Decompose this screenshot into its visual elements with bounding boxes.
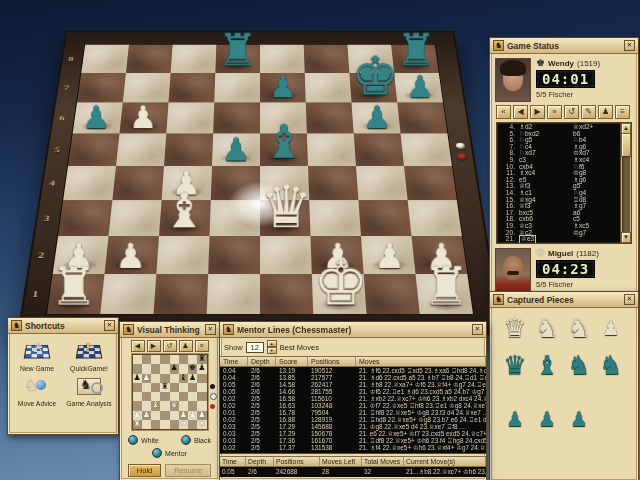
- square-g3[interactable]: [358, 200, 411, 236]
- mentor-footer-value: 21...♗b8 22.♕xc7+ ♔h6 23...: [404, 467, 486, 477]
- move-row[interactable]: 20.♕c2♔g7: [499, 230, 620, 237]
- mini-square: [197, 383, 206, 392]
- hold-button[interactable]: Hold: [128, 464, 161, 477]
- mini-square: [151, 364, 160, 373]
- mini-square: [170, 420, 179, 429]
- visual-thinking-panel: ♞ Visual Thinking ✕ ◀▶↺♟≡ ♜♟♚♟♟♟♝♟♜♝♛♟♟♟…: [119, 321, 220, 480]
- mini-square: ♝: [151, 401, 160, 410]
- scroll-thumb[interactable]: [621, 133, 631, 157]
- move-list-scrollbar[interactable]: ▲ ▼: [620, 123, 631, 243]
- mentor-line-row[interactable]: 0.042/613.8521757721. ♗d6 22.cxd5 a5 23.…: [220, 375, 486, 382]
- white-bishop-c3[interactable]: ♝: [159, 200, 211, 236]
- move-list[interactable]: 4.♗d2♕xd2+5.♘bxd2b66.♘g5♘b47.♘c4♗g68.♘xd…: [496, 122, 632, 244]
- shortcuts-panel: ♞ Shortcuts ✕ ♙ New Game ! QuickGame! ♘ …: [7, 317, 119, 435]
- square-b8[interactable]: [126, 45, 173, 73]
- square-g5[interactable]: [354, 133, 404, 166]
- mini-square: [142, 383, 151, 392]
- move-row[interactable]: 15.♕xg4♖d8: [499, 197, 620, 204]
- mentor-footer-col: Time: [220, 457, 246, 466]
- square-a6[interactable]: [73, 102, 123, 133]
- captured-black-knight: ♞: [598, 350, 624, 380]
- shortcut-move-advice[interactable]: ♘ Move Advice: [12, 374, 62, 407]
- gs-toolbar-button-1[interactable]: ◀: [513, 105, 528, 119]
- square-e7[interactable]: [260, 73, 306, 103]
- square-g1[interactable]: [364, 274, 420, 314]
- radio-black[interactable]: Black: [181, 435, 211, 445]
- close-icon[interactable]: ✕: [624, 294, 635, 305]
- mini-square: [151, 355, 160, 364]
- mentor-footer-header: TimeDepthPositionsMoves LeftTotal MovesC…: [220, 456, 486, 467]
- mini-square: ♚: [179, 420, 188, 429]
- shortcut-game-analysis[interactable]: ♞ Game Analysis: [64, 374, 114, 407]
- new-game-icon: ♙: [22, 339, 52, 363]
- visual-thinking-title: Visual Thinking: [137, 325, 202, 335]
- square-c6[interactable]: [166, 102, 214, 133]
- mini-square: [179, 392, 188, 401]
- mentor-footer-value: 32: [362, 467, 404, 477]
- game-analysis-icon: ♞: [74, 374, 104, 398]
- radio-mentor-dot[interactable]: [152, 448, 162, 458]
- shortcuts-titlebar[interactable]: ♞ Shortcuts ✕: [8, 318, 118, 334]
- mentor-col-moves[interactable]: Moves: [356, 357, 486, 366]
- captured-row: ♛♞♞♟: [490, 308, 638, 345]
- visual-thinking-toolbar: ◀▶↺♟≡: [120, 338, 219, 354]
- panel-knight-icon: ♞: [11, 320, 22, 331]
- mentor-line-row[interactable]: 0.032/517.2914568821. ♔g8 22.♕xe5 d4 23.…: [220, 424, 486, 431]
- square-d2[interactable]: [208, 236, 260, 274]
- mini-square: [160, 392, 169, 401]
- spin-down-icon: ▼: [267, 347, 277, 354]
- square-e1[interactable]: [260, 274, 313, 314]
- white-king-f1[interactable]: ♚: [312, 274, 367, 314]
- gs-toolbar-button-2[interactable]: ▶: [530, 105, 545, 119]
- mini-square: [188, 392, 197, 401]
- mini-square: [160, 355, 169, 364]
- turn-indicator-dot[interactable]: [456, 143, 466, 149]
- vt-toolbar-button-4[interactable]: ≡: [195, 340, 209, 352]
- mini-square: ♟: [142, 411, 151, 420]
- square-e6[interactable]: [260, 102, 307, 133]
- mentor-footer-row: 0.052/6242688283221...♗b8 22.♕xc7+ ♔h6 2…: [220, 467, 486, 477]
- mentor-col-time[interactable]: Time: [220, 357, 248, 366]
- show-count-spinner[interactable]: ▲ ▼: [267, 340, 277, 354]
- mini-square: [160, 364, 169, 373]
- mini-square: [160, 420, 169, 429]
- mini-square: ♟: [142, 374, 151, 383]
- player-black-time-control: 5/5 Fischer: [536, 90, 633, 99]
- mentor-titlebar[interactable]: ♞ Mentor Lines (Chessmaster) ✕: [220, 322, 486, 338]
- mentor-footer-col: Depth: [246, 457, 274, 466]
- square-d8[interactable]: [215, 45, 260, 73]
- square-h7[interactable]: [394, 73, 443, 103]
- shortcut-new-game[interactable]: ♙ New Game: [12, 339, 62, 372]
- mini-square: [188, 420, 197, 429]
- rank-label-4: 4: [49, 179, 56, 188]
- square-c8[interactable]: [171, 45, 217, 73]
- mini-square: [170, 374, 179, 383]
- gs-toolbar-button-7[interactable]: ≡: [615, 105, 630, 119]
- square-b3[interactable]: [109, 200, 162, 236]
- rank-label-5: 5: [54, 145, 61, 153]
- game-status-title: Game Status: [507, 41, 621, 51]
- move-row[interactable]: 11.♗xc4♔g8: [499, 170, 620, 177]
- square-b1[interactable]: [100, 274, 156, 314]
- rank-label-7: 7: [64, 84, 70, 91]
- close-icon[interactable]: ✕: [104, 320, 115, 331]
- player-white-time-control: 5/5 Fischer: [536, 280, 633, 289]
- square-c2[interactable]: [156, 236, 209, 274]
- square-a4[interactable]: [63, 166, 116, 200]
- vt-toolbar-button-3[interactable]: ♟: [179, 340, 193, 352]
- rank-label-2: 2: [38, 250, 45, 259]
- captured-title: Captured Pieces: [507, 295, 621, 305]
- player-black-name: Wendy: [548, 59, 574, 68]
- mini-square: [197, 392, 206, 401]
- white-king-icon: ♔: [536, 248, 545, 258]
- move-row[interactable]: 16.♕f3♗g7: [499, 203, 620, 210]
- mini-square: [151, 374, 160, 383]
- square-d6[interactable]: [213, 102, 260, 133]
- white-queen-e3[interactable]: ♛: [260, 200, 310, 236]
- radio-white-dot[interactable]: [128, 435, 138, 445]
- square-f4[interactable]: [308, 166, 358, 200]
- close-icon[interactable]: ✕: [624, 40, 635, 51]
- square-d1[interactable]: [207, 274, 260, 314]
- player-white-avatar: [495, 248, 531, 292]
- mini-square: [133, 392, 142, 401]
- spin-up-icon: ▲: [267, 340, 277, 347]
- player-black-rating: (1519): [577, 59, 600, 68]
- mini-square: ♜: [197, 420, 206, 429]
- square-f5[interactable]: [307, 133, 356, 166]
- square-c5[interactable]: [164, 133, 213, 166]
- quickgame-icon: !: [74, 339, 104, 363]
- captured-black-pawn: ♟: [534, 404, 560, 434]
- mentor-table-header[interactable]: TimeDepthScorePositionsMoves: [220, 356, 486, 367]
- mini-square: [151, 411, 160, 420]
- white-pawn-b2[interactable]: ♟: [104, 236, 159, 274]
- captured-titlebar[interactable]: ♞ Captured Pieces ✕: [490, 292, 638, 308]
- mini-square: [151, 420, 160, 429]
- rank-label-6: 6: [59, 114, 65, 122]
- show-count-field[interactable]: 12: [246, 342, 264, 353]
- captured-black-bishop: ♝: [534, 350, 560, 380]
- shortcuts-title: Shortcuts: [25, 321, 101, 331]
- move-row[interactable]: 8.♘xd7♔xd7: [499, 150, 620, 157]
- square-h3[interactable]: [408, 200, 462, 236]
- mentor-footer-col: Total Moves: [362, 457, 404, 466]
- mentor-line-row[interactable]: 0.032/517.2915067821. e6 22.♕xe5+ ♔f7 23…: [220, 431, 486, 438]
- mentor-footer-col: Positions: [274, 457, 320, 466]
- mentor-line-row[interactable]: 0.052/614.5826241721. ♗b8 22.♕xa7+ ♔f6 2…: [220, 382, 486, 389]
- captured-white-knight: ♞: [566, 313, 592, 343]
- gs-toolbar-button-5[interactable]: ✎: [581, 105, 596, 119]
- mentor-title: Mentor Lines (Chessmaster): [237, 325, 469, 335]
- captured-black-knight: ♞: [566, 350, 592, 380]
- captured-white-knight: ♞: [534, 313, 560, 343]
- mini-square: ♟: [188, 411, 197, 420]
- show-label: Show: [224, 343, 243, 352]
- best-moves-label: Best Moves: [280, 343, 319, 352]
- white-rook-h1[interactable]: ♜: [416, 274, 474, 314]
- square-f3[interactable]: [309, 200, 361, 236]
- captured-white-pawn: ♟: [598, 313, 624, 343]
- mentor-col-score[interactable]: Score: [276, 357, 308, 366]
- square-e2[interactable]: [260, 236, 312, 274]
- square-d7[interactable]: [214, 73, 260, 103]
- square-c7[interactable]: [169, 73, 216, 103]
- mentor-col-positions[interactable]: Positions: [308, 357, 356, 366]
- captured-tray: ♛♞♞♟♛♝♞♞♟♟♟: [490, 308, 638, 436]
- mentor-line-row[interactable]: 0.022/517.3713153821. ♗f4 22.♕xe5+ ♔h6 2…: [220, 445, 486, 452]
- game-status-toolbar: «◀▶»↺✎♟≡: [490, 104, 638, 122]
- mentor-footer-value: 242688: [274, 467, 320, 477]
- move-row[interactable]: 18.cxb6c5: [499, 216, 620, 223]
- square-b6[interactable]: [119, 102, 168, 133]
- square-b7[interactable]: [123, 73, 171, 103]
- vt-toolbar-button-1[interactable]: ▶: [147, 340, 161, 352]
- mini-square: [197, 374, 206, 383]
- rank-label-3: 3: [43, 213, 50, 222]
- mentor-footer-value: 28: [320, 467, 362, 477]
- white-rook-a1[interactable]: ♜: [47, 274, 105, 314]
- mentor-col-depth[interactable]: Depth: [248, 357, 276, 366]
- mentor-line-row[interactable]: 0.012/516.787950421. ♖hf8 22.♕xe5+ ♔g8 2…: [220, 410, 486, 417]
- mini-square: [151, 383, 160, 392]
- square-g4[interactable]: [356, 166, 408, 200]
- move-row[interactable]: 5.♘bxd2b6: [499, 131, 620, 138]
- square-f6[interactable]: [306, 102, 354, 133]
- white-pawn-g2[interactable]: ♟: [361, 236, 416, 274]
- square-d5[interactable]: [212, 133, 260, 166]
- mini-square: ♟: [197, 364, 206, 373]
- move-row[interactable]: 19.♕c3♗xc5: [499, 223, 620, 230]
- panel-knight-icon: ♞: [493, 40, 504, 51]
- player-white-name: Miguel: [548, 249, 573, 258]
- gs-toolbar-button-3[interactable]: »: [547, 105, 562, 119]
- radio-black-dot[interactable]: [181, 435, 191, 445]
- square-h8[interactable]: [391, 45, 439, 73]
- square-g6[interactable]: [351, 102, 400, 133]
- mentor-line-row[interactable]: 0.052/614.6628175521. ♔f6 22.♖e1 ♗d6 23.…: [220, 389, 486, 396]
- mentor-line-row[interactable]: 0.022/516.5811561021. ♗xb2 22.♕xc7+ ♔h6 …: [220, 396, 486, 403]
- thinking-mini-board: ♜♟♚♟♟♟♝♟♜♝♛♟♟♟♟♟♜♚♜: [132, 354, 208, 430]
- mini-square: ♛: [170, 401, 179, 410]
- square-a3[interactable]: [58, 200, 112, 236]
- mini-square: [170, 411, 179, 420]
- player-white-block: ♔ Miguel (1182) 04:23 5/5 Fischer: [490, 244, 638, 294]
- mini-square: ♟: [170, 364, 179, 373]
- square-b4[interactable]: [112, 166, 164, 200]
- mini-square: [142, 420, 151, 429]
- gs-toolbar-button-4[interactable]: ↺: [564, 105, 579, 119]
- move-row[interactable]: 21.♕e3: [499, 236, 620, 244]
- captured-black-pawn: ♟: [502, 404, 528, 434]
- square-h6[interactable]: [397, 102, 447, 133]
- mini-square: [188, 383, 197, 392]
- turn-indicator-dot[interactable]: [457, 154, 467, 160]
- mini-square: [179, 355, 188, 364]
- square-g7[interactable]: [349, 73, 397, 103]
- mini-square: ♟: [188, 374, 197, 383]
- panel-knight-icon: ♞: [123, 324, 134, 335]
- mentor-line-row[interactable]: 0.042/613.1919051221. ♗f6 22.cxd5 ♖xd5 2…: [220, 368, 486, 375]
- square-e5[interactable]: [260, 133, 308, 166]
- vt-toolbar-button-2[interactable]: ↺: [163, 340, 177, 352]
- captured-black-queen: ♛: [502, 350, 528, 380]
- rank-label-1: 1: [32, 289, 40, 299]
- square-a7[interactable]: [77, 73, 126, 103]
- gs-toolbar-button-0[interactable]: «: [496, 105, 511, 119]
- mentor-line-row[interactable]: 0.032/517.3616167021. ♖df8 22.♕xe5+ ♔h6 …: [220, 438, 486, 445]
- square-g8[interactable]: [347, 45, 394, 73]
- resume-button: Resume: [165, 464, 211, 477]
- square-a5[interactable]: [68, 133, 119, 166]
- mini-square: ♟: [133, 374, 142, 383]
- mini-square: [142, 392, 151, 401]
- move-row[interactable]: 4.♗d2♕xd2+: [499, 124, 620, 131]
- black-king-icon: ♚: [536, 58, 545, 68]
- mini-square: [142, 355, 151, 364]
- square-h4[interactable]: [404, 166, 457, 200]
- player-white-clock: 04:23: [536, 260, 595, 278]
- scroll-down-icon[interactable]: ▼: [621, 232, 631, 243]
- mentor-lines-panel: ♞ Mentor Lines (Chessmaster) ✕ Show 12 ▲…: [219, 321, 487, 480]
- radio-white[interactable]: White: [128, 435, 159, 445]
- shortcut-quickgame[interactable]: ! QuickGame!: [64, 339, 114, 372]
- player-black-clock: 04:01: [536, 70, 595, 88]
- captured-black-pawn: ♟: [566, 404, 592, 434]
- chess-board-3d[interactable]: abcdefgh12345678♜♜♟♚♟♟♟♟♟♝♟♝♛♟♟♟♟♟♜♚♜: [20, 32, 501, 333]
- move-row[interactable]: 12.e5♗g6: [499, 177, 620, 184]
- square-f7[interactable]: [305, 73, 352, 103]
- move-row[interactable]: 6.♘g5♘b4: [499, 137, 620, 144]
- captured-white-queen: ♛: [502, 313, 528, 343]
- mini-square: [170, 383, 179, 392]
- radio-mentor[interactable]: Mentor: [152, 448, 187, 458]
- move-row[interactable]: 14.♗c1♘g4: [499, 190, 620, 197]
- square-b5[interactable]: [116, 133, 166, 166]
- mini-square: [179, 383, 188, 392]
- mentor-line-row[interactable]: 0.022/516.6310324821. ♔f7 22.♕xe5 ♖hf8 2…: [220, 403, 486, 410]
- mentor-line-row[interactable]: 0.022/516.8812891921. ♖hd8 22.♕xe5+ ♔g8 …: [220, 417, 486, 424]
- move-row[interactable]: 17.bxc5a6: [499, 210, 620, 217]
- mini-square: [160, 411, 169, 420]
- square-a8[interactable]: [81, 45, 129, 73]
- move-row[interactable]: 10.cxb4♘f6: [499, 164, 620, 171]
- mini-square: [160, 401, 169, 410]
- square-c1[interactable]: [153, 274, 208, 314]
- mini-square: [133, 383, 142, 392]
- player-black-avatar: [495, 58, 531, 102]
- gs-toolbar-button-6[interactable]: ♟: [598, 105, 613, 119]
- square-e8[interactable]: [260, 45, 305, 73]
- player-black-block: ♚ Wendy (1519) 04:01 5/5 Fischer: [490, 54, 638, 104]
- move-row[interactable]: 9.c3♗xc4: [499, 157, 620, 164]
- mentor-table-body[interactable]: 0.042/613.1919051221. ♗f6 22.cxd5 ♖xd5 2…: [220, 367, 486, 454]
- mentor-footer-col: Moves Left: [320, 457, 362, 466]
- panel-knight-icon: ♞: [223, 324, 234, 335]
- captured-pieces-panel: ♞ Captured Pieces ✕ ♛♞♞♟♛♝♞♞♟♟♟: [489, 291, 639, 480]
- captured-row: ♛♝♞♞: [490, 345, 638, 382]
- square-f8[interactable]: [304, 45, 350, 73]
- mentor-footer-value: 0.05: [220, 467, 246, 477]
- player-white-rating: (1182): [576, 249, 599, 258]
- rank-label-8: 8: [68, 55, 74, 62]
- mini-square: ♝: [179, 374, 188, 383]
- move-row[interactable]: 7.♘c4♗g6: [499, 144, 620, 151]
- chessmaster-app: { "game": "chess", "app_title": "Chessma…: [0, 0, 640, 480]
- scroll-track: [622, 156, 630, 233]
- close-icon[interactable]: ✕: [472, 324, 483, 335]
- vt-toolbar-button-0[interactable]: ◀: [131, 340, 145, 352]
- eval-indicator-dots: [210, 384, 217, 409]
- mentor-footer-col: Current Move(s): [404, 457, 486, 466]
- visual-thinking-titlebar[interactable]: ♞ Visual Thinking ✕: [120, 322, 219, 338]
- close-icon[interactable]: ✕: [205, 324, 216, 335]
- game-status-panel: ♞ Game Status ✕ ♚ Wendy (1519) 04:01 5/5…: [489, 37, 639, 294]
- mini-square: ♜: [133, 420, 142, 429]
- captured-row: ♟♟♟: [490, 382, 638, 436]
- move-row[interactable]: 13.♕f3g5: [499, 183, 620, 190]
- mentor-footer-value: 2/6: [246, 467, 274, 477]
- game-status-titlebar[interactable]: ♞ Game Status ✕: [490, 38, 638, 54]
- move-advice-icon: ♘: [22, 374, 52, 398]
- mini-square: [133, 355, 142, 364]
- panel-knight-icon: ♞: [493, 294, 504, 305]
- mini-square: ♜: [160, 383, 169, 392]
- square-h5[interactable]: [401, 133, 452, 166]
